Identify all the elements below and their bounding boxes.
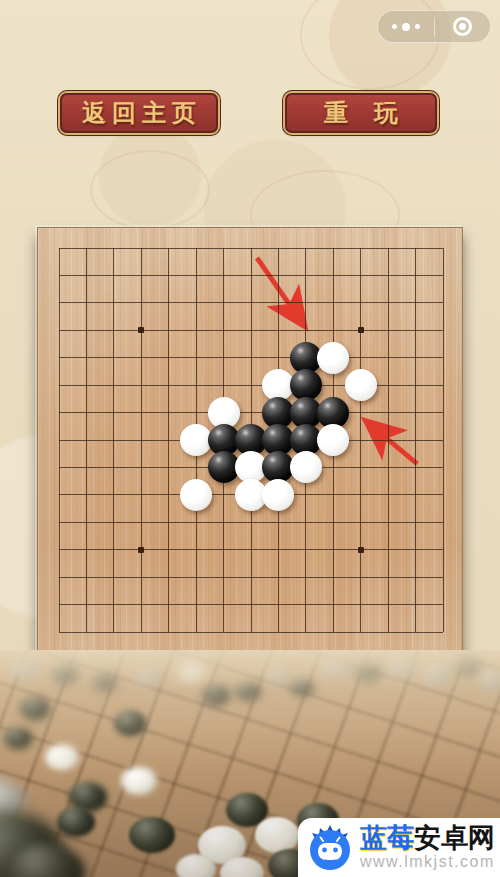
- white-stone: [180, 479, 212, 511]
- blueberry-android-logo-icon: [306, 823, 354, 871]
- wechat-capsule: [377, 10, 491, 43]
- target-circle-icon: [453, 17, 472, 36]
- red-arrow: [257, 258, 303, 324]
- minimize-button[interactable]: [435, 11, 491, 42]
- grid-line: [59, 604, 443, 605]
- watermark: 蓝莓安卓网 www.lmkjst.com: [298, 818, 500, 877]
- parchment-swirl: [90, 150, 210, 230]
- star-point: [358, 327, 364, 333]
- star-point: [138, 547, 144, 553]
- grid-line: [443, 248, 444, 632]
- watermark-brand: 蓝莓安卓网: [360, 824, 495, 852]
- replay-button[interactable]: 重玩: [285, 93, 437, 133]
- grid-line: [59, 632, 443, 633]
- grid-line: [360, 248, 361, 632]
- grid-line: [388, 248, 389, 632]
- star-point: [138, 327, 144, 333]
- more-dots-icon: [392, 24, 397, 29]
- grid-line: [415, 248, 416, 632]
- more-dots-icon: [402, 23, 410, 31]
- gomoku-board[interactable]: [37, 227, 463, 652]
- more-menu-button[interactable]: [378, 11, 434, 42]
- grid-line: [59, 522, 443, 523]
- star-point: [358, 547, 364, 553]
- white-stone: [345, 369, 377, 401]
- grid-line: [59, 577, 443, 578]
- white-stone: [317, 342, 349, 374]
- white-stone: [290, 451, 322, 483]
- home-button[interactable]: 返回主页: [60, 93, 218, 133]
- white-stone: [262, 479, 294, 511]
- white-stone: [317, 424, 349, 456]
- app-screen: 返回主页 重玩 蓝莓安卓网 www.lmkjst.com: [0, 0, 500, 877]
- grid-line: [59, 549, 443, 550]
- red-arrow: [368, 423, 417, 464]
- more-dots-icon: [415, 24, 420, 29]
- watermark-url: www.lmkjst.com: [360, 854, 495, 871]
